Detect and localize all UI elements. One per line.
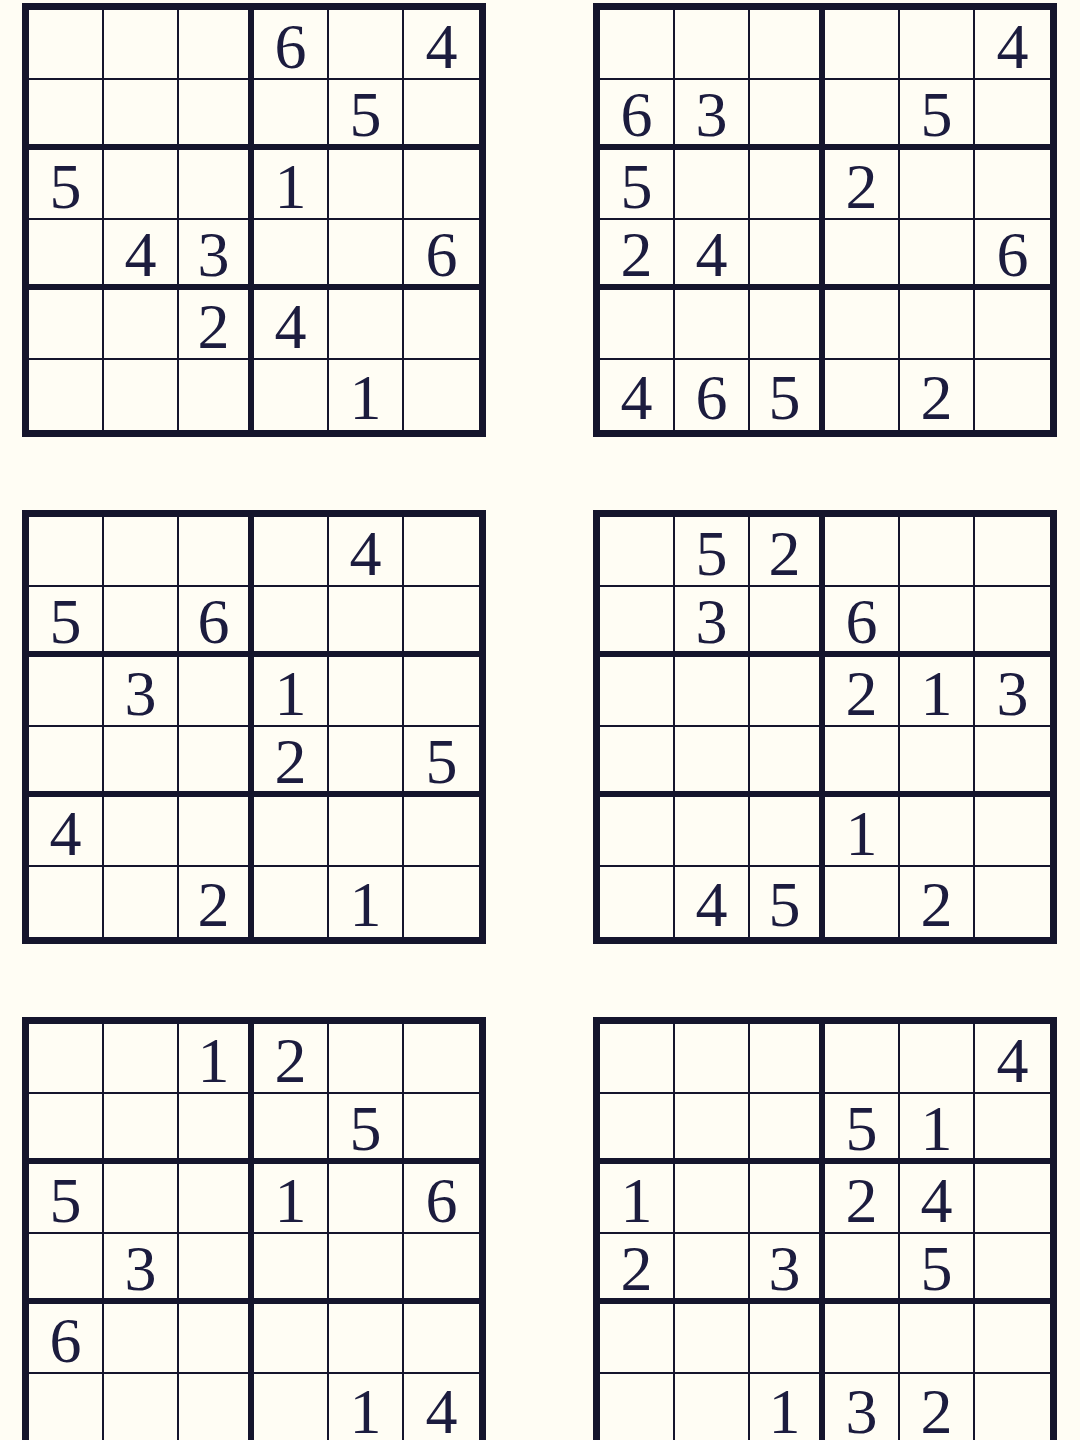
board1-cell-r6c4[interactable] (254, 360, 329, 430)
given-digit: 3 (846, 1380, 878, 1440)
board3-cell-r3c2[interactable]: 3 (104, 657, 179, 727)
board3-cell-r5c5[interactable] (329, 797, 404, 867)
board3-cell-r4c4[interactable]: 2 (254, 727, 329, 797)
board3-cell-r1c2[interactable] (104, 517, 179, 587)
board3-cell-r1c1[interactable] (29, 517, 104, 587)
board2-cell-r5c6[interactable] (975, 290, 1050, 360)
board3-cell-r6c2[interactable] (104, 867, 179, 937)
board6-cell-r5c6[interactable] (975, 1304, 1050, 1374)
board6-cell-r4c6[interactable] (975, 1234, 1050, 1304)
sudoku-board-4: 52362131452 (593, 510, 1057, 944)
board2-cell-r5c1[interactable] (600, 290, 675, 360)
board1-cell-r6c1[interactable] (29, 360, 104, 430)
given-digit: 5 (696, 522, 728, 586)
given-digit: 3 (125, 662, 157, 726)
board6-cell-r2c5[interactable]: 1 (900, 1094, 975, 1164)
board4-cell-r5c4[interactable]: 1 (825, 797, 900, 867)
board6-cell-r2c2[interactable] (675, 1094, 750, 1164)
board2-cell-r2c5[interactable]: 5 (900, 80, 975, 150)
board4-cell-r4c4[interactable] (825, 727, 900, 797)
given-digit: 5 (846, 1097, 878, 1161)
given-digit: 1 (921, 662, 953, 726)
board4-cell-r1c2[interactable]: 5 (675, 517, 750, 587)
board3-cell-r4c3[interactable] (179, 727, 254, 797)
board1-cell-r2c3[interactable] (179, 80, 254, 150)
board6-cell-r5c4[interactable] (825, 1304, 900, 1374)
board6-cell-r6c6[interactable] (975, 1374, 1050, 1440)
board2-cell-r4c2[interactable]: 4 (675, 220, 750, 290)
board2-cell-r5c5[interactable] (900, 290, 975, 360)
board5-cell-r5c6[interactable] (404, 1304, 479, 1374)
board1-cell-r2c5[interactable]: 5 (329, 80, 404, 150)
board2-cell-r4c5[interactable] (900, 220, 975, 290)
board3-cell-r2c4[interactable] (254, 587, 329, 657)
board6-cell-r3c5[interactable]: 4 (900, 1164, 975, 1234)
board4-cell-r1c3[interactable]: 2 (750, 517, 825, 587)
board1-cell-r2c2[interactable] (104, 80, 179, 150)
board6-cell-r4c4[interactable] (825, 1234, 900, 1304)
board5-cell-r1c5[interactable] (329, 1024, 404, 1094)
board6-cell-r1c1[interactable] (600, 1024, 675, 1094)
given-digit: 4 (696, 873, 728, 937)
given-digit: 4 (350, 522, 382, 586)
board1-cell-r5c2[interactable] (104, 290, 179, 360)
board5-cell-r2c2[interactable] (104, 1094, 179, 1164)
board4-cell-r2c1[interactable] (600, 587, 675, 657)
board2-cell-r1c3[interactable] (750, 10, 825, 80)
given-digit: 2 (846, 1169, 878, 1233)
board6-cell-r3c2[interactable] (675, 1164, 750, 1234)
board5-cell-r1c2[interactable] (104, 1024, 179, 1094)
board4-cell-r3c1[interactable] (600, 657, 675, 727)
board3-cell-r3c6[interactable] (404, 657, 479, 727)
board6-cell-r5c1[interactable] (600, 1304, 675, 1374)
board3-cell-r3c5[interactable] (329, 657, 404, 727)
board3-cell-r1c6[interactable] (404, 517, 479, 587)
board6-cell-r3c1[interactable]: 1 (600, 1164, 675, 1234)
given-digit: 1 (846, 802, 878, 866)
board6-cell-r2c6[interactable] (975, 1094, 1050, 1164)
board5-cell-r6c1[interactable] (29, 1374, 104, 1440)
board1-cell-r1c3[interactable] (179, 10, 254, 80)
board2-cell-r6c4[interactable] (825, 360, 900, 430)
board4-cell-r2c6[interactable] (975, 587, 1050, 657)
given-digit: 5 (350, 1097, 382, 1161)
board3-cell-r2c5[interactable] (329, 587, 404, 657)
board4-cell-r3c2[interactable] (675, 657, 750, 727)
board2-cell-r5c3[interactable] (750, 290, 825, 360)
given-digit: 6 (846, 590, 878, 654)
given-digit: 5 (921, 83, 953, 147)
board2-cell-r4c6[interactable]: 6 (975, 220, 1050, 290)
board3-cell-r1c4[interactable] (254, 517, 329, 587)
board3-cell-r5c6[interactable] (404, 797, 479, 867)
board5-cell-r4c1[interactable] (29, 1234, 104, 1304)
given-digit: 6 (621, 83, 653, 147)
board1-cell-r3c6[interactable] (404, 150, 479, 220)
given-digit: 5 (50, 155, 82, 219)
board4-cell-r5c5[interactable] (900, 797, 975, 867)
board4-cell-r5c6[interactable] (975, 797, 1050, 867)
board1-cell-r3c3[interactable] (179, 150, 254, 220)
given-digit: 4 (426, 15, 458, 79)
board2-cell-r4c4[interactable] (825, 220, 900, 290)
board4-cell-r6c6[interactable] (975, 867, 1050, 937)
board5-cell-r4c6[interactable] (404, 1234, 479, 1304)
board2-cell-r1c1[interactable] (600, 10, 675, 80)
board2-cell-r1c5[interactable] (900, 10, 975, 80)
board3-cell-r4c2[interactable] (104, 727, 179, 797)
board2-cell-r6c1[interactable]: 4 (600, 360, 675, 430)
board6-cell-r1c4[interactable] (825, 1024, 900, 1094)
board3-cell-r6c6[interactable] (404, 867, 479, 937)
board4-cell-r5c3[interactable] (750, 797, 825, 867)
board6-cell-r3c4[interactable]: 2 (825, 1164, 900, 1234)
given-digit: 4 (275, 295, 307, 359)
board6-cell-r6c4[interactable]: 3 (825, 1374, 900, 1440)
given-digit: 2 (921, 873, 953, 937)
board4-cell-r3c4[interactable]: 2 (825, 657, 900, 727)
sudoku-board-2: 4635522464652 (593, 3, 1057, 437)
board5-cell-r4c5[interactable] (329, 1234, 404, 1304)
board4-cell-r1c6[interactable] (975, 517, 1050, 587)
given-digit: 2 (275, 1029, 307, 1093)
board2-cell-r2c4[interactable] (825, 80, 900, 150)
board6-cell-r5c5[interactable] (900, 1304, 975, 1374)
board6-cell-r5c3[interactable] (750, 1304, 825, 1374)
board6-cell-r3c3[interactable] (750, 1164, 825, 1234)
board3-cell-r5c3[interactable] (179, 797, 254, 867)
board1-cell-r5c3[interactable]: 2 (179, 290, 254, 360)
given-digit: 3 (696, 83, 728, 147)
board3-cell-r2c3[interactable]: 6 (179, 587, 254, 657)
board1-cell-r1c4[interactable]: 6 (254, 10, 329, 80)
given-digit: 3 (769, 1237, 801, 1301)
given-digit: 3 (997, 662, 1029, 726)
board3-cell-r4c6[interactable]: 5 (404, 727, 479, 797)
given-digit: 4 (426, 1380, 458, 1440)
given-digit: 5 (921, 1237, 953, 1301)
board3-cell-r6c3[interactable]: 2 (179, 867, 254, 937)
board3-cell-r3c3[interactable] (179, 657, 254, 727)
given-digit: 4 (921, 1169, 953, 1233)
board4-cell-r3c6[interactable]: 3 (975, 657, 1050, 727)
board6-cell-r1c2[interactable] (675, 1024, 750, 1094)
board2-cell-r3c2[interactable] (675, 150, 750, 220)
board4-cell-r2c2[interactable]: 3 (675, 587, 750, 657)
given-digit: 1 (275, 662, 307, 726)
board1-cell-r6c3[interactable] (179, 360, 254, 430)
board1-cell-r4c6[interactable]: 6 (404, 220, 479, 290)
board2-cell-r5c2[interactable] (675, 290, 750, 360)
board5-cell-r3c1[interactable]: 5 (29, 1164, 104, 1234)
board5-cell-r2c4[interactable] (254, 1094, 329, 1164)
given-digit: 3 (198, 223, 230, 287)
board2-cell-r2c2[interactable]: 3 (675, 80, 750, 150)
given-digit: 1 (621, 1169, 653, 1233)
board1-cell-r4c5[interactable] (329, 220, 404, 290)
board4-cell-r6c2[interactable]: 4 (675, 867, 750, 937)
given-digit: 2 (198, 295, 230, 359)
given-digit: 6 (426, 1169, 458, 1233)
given-digit: 4 (50, 802, 82, 866)
board1-cell-r6c6[interactable] (404, 360, 479, 430)
given-digit: 1 (769, 1380, 801, 1440)
board4-cell-r4c1[interactable] (600, 727, 675, 797)
given-digit: 2 (846, 662, 878, 726)
board4-cell-r6c5[interactable]: 2 (900, 867, 975, 937)
given-digit: 4 (696, 223, 728, 287)
board2-cell-r5c4[interactable] (825, 290, 900, 360)
board6-cell-r2c1[interactable] (600, 1094, 675, 1164)
board5-cell-r1c1[interactable] (29, 1024, 104, 1094)
given-digit: 5 (426, 730, 458, 794)
board1-cell-r2c4[interactable] (254, 80, 329, 150)
given-digit: 5 (350, 83, 382, 147)
board5-cell-r6c6[interactable]: 4 (404, 1374, 479, 1440)
board3-cell-r6c1[interactable] (29, 867, 104, 937)
board5-cell-r5c5[interactable] (329, 1304, 404, 1374)
board2-cell-r2c1[interactable]: 6 (600, 80, 675, 150)
board4-cell-r3c3[interactable] (750, 657, 825, 727)
given-digit: 5 (769, 873, 801, 937)
board6-cell-r6c1[interactable] (600, 1374, 675, 1440)
board2-cell-r2c3[interactable] (750, 80, 825, 150)
board3-cell-r1c3[interactable] (179, 517, 254, 587)
given-digit: 2 (621, 223, 653, 287)
board6-cell-r1c5[interactable] (900, 1024, 975, 1094)
board1-cell-r1c1[interactable] (29, 10, 104, 80)
board5-cell-r1c6[interactable] (404, 1024, 479, 1094)
board5-cell-r3c2[interactable] (104, 1164, 179, 1234)
given-digit: 5 (50, 1169, 82, 1233)
board2-cell-r4c1[interactable]: 2 (600, 220, 675, 290)
sudoku-board-6: 451124235132 (593, 1017, 1057, 1440)
given-digit: 2 (275, 730, 307, 794)
board5-cell-r5c4[interactable] (254, 1304, 329, 1374)
board4-cell-r6c3[interactable]: 5 (750, 867, 825, 937)
board6-cell-r6c5[interactable]: 2 (900, 1374, 975, 1440)
board3-cell-r6c4[interactable] (254, 867, 329, 937)
board4-cell-r4c6[interactable] (975, 727, 1050, 797)
given-digit: 2 (846, 155, 878, 219)
board2-cell-r3c6[interactable] (975, 150, 1050, 220)
board3-cell-r3c4[interactable]: 1 (254, 657, 329, 727)
sudoku-board-3: 4563125421 (22, 510, 486, 944)
board2-cell-r3c5[interactable] (900, 150, 975, 220)
board4-cell-r6c4[interactable] (825, 867, 900, 937)
board3-cell-r2c1[interactable]: 5 (29, 587, 104, 657)
given-digit: 3 (125, 1237, 157, 1301)
board2-cell-r1c6[interactable]: 4 (975, 10, 1050, 80)
board4-cell-r5c1[interactable] (600, 797, 675, 867)
given-digit: 6 (275, 15, 307, 79)
board4-cell-r4c3[interactable] (750, 727, 825, 797)
given-digit: 5 (50, 590, 82, 654)
board5-cell-r3c6[interactable]: 6 (404, 1164, 479, 1234)
given-digit: 6 (198, 590, 230, 654)
board4-cell-r1c5[interactable] (900, 517, 975, 587)
board5-cell-r3c3[interactable] (179, 1164, 254, 1234)
given-digit: 2 (921, 366, 953, 430)
given-digit: 3 (696, 590, 728, 654)
given-digit: 4 (125, 223, 157, 287)
board5-cell-r6c5[interactable]: 1 (329, 1374, 404, 1440)
board5-cell-r2c6[interactable] (404, 1094, 479, 1164)
board5-cell-r3c5[interactable] (329, 1164, 404, 1234)
board6-cell-r6c2[interactable] (675, 1374, 750, 1440)
board1-cell-r5c4[interactable]: 4 (254, 290, 329, 360)
board2-cell-r2c6[interactable] (975, 80, 1050, 150)
board5-cell-r2c5[interactable]: 5 (329, 1094, 404, 1164)
board1-cell-r5c6[interactable] (404, 290, 479, 360)
board2-cell-r3c3[interactable] (750, 150, 825, 220)
board3-cell-r4c5[interactable] (329, 727, 404, 797)
board1-cell-r1c5[interactable] (329, 10, 404, 80)
board5-cell-r4c3[interactable] (179, 1234, 254, 1304)
board3-cell-r5c4[interactable] (254, 797, 329, 867)
board6-cell-r4c1[interactable]: 2 (600, 1234, 675, 1304)
board6-cell-r4c3[interactable]: 3 (750, 1234, 825, 1304)
board5-cell-r3c4[interactable]: 1 (254, 1164, 329, 1234)
board5-cell-r4c2[interactable]: 3 (104, 1234, 179, 1304)
board6-cell-r1c6[interactable]: 4 (975, 1024, 1050, 1094)
board1-cell-r4c4[interactable] (254, 220, 329, 290)
board4-cell-r5c2[interactable] (675, 797, 750, 867)
board3-cell-r3c1[interactable] (29, 657, 104, 727)
board5-cell-r5c2[interactable] (104, 1304, 179, 1374)
board3-cell-r4c1[interactable] (29, 727, 104, 797)
board4-cell-r2c4[interactable]: 6 (825, 587, 900, 657)
board5-cell-r5c3[interactable] (179, 1304, 254, 1374)
board6-cell-r2c4[interactable]: 5 (825, 1094, 900, 1164)
board6-cell-r5c2[interactable] (675, 1304, 750, 1374)
board2-cell-r4c3[interactable] (750, 220, 825, 290)
board4-cell-r2c3[interactable] (750, 587, 825, 657)
board1-cell-r4c3[interactable]: 3 (179, 220, 254, 290)
given-digit: 5 (621, 155, 653, 219)
board2-cell-r3c1[interactable]: 5 (600, 150, 675, 220)
board4-cell-r4c5[interactable] (900, 727, 975, 797)
board1-cell-r3c5[interactable] (329, 150, 404, 220)
board4-cell-r3c5[interactable]: 1 (900, 657, 975, 727)
board1-cell-r6c2[interactable] (104, 360, 179, 430)
given-digit: 1 (275, 155, 307, 219)
given-digit: 1 (275, 1169, 307, 1233)
given-digit: 1 (198, 1029, 230, 1093)
board2-cell-r6c5[interactable]: 2 (900, 360, 975, 430)
given-digit: 4 (997, 15, 1029, 79)
board3-cell-r6c5[interactable]: 1 (329, 867, 404, 937)
board2-cell-r3c4[interactable]: 2 (825, 150, 900, 220)
board6-cell-r2c3[interactable] (750, 1094, 825, 1164)
given-digit: 1 (350, 366, 382, 430)
board3-cell-r5c1[interactable]: 4 (29, 797, 104, 867)
board1-cell-r1c2[interactable] (104, 10, 179, 80)
board5-cell-r4c4[interactable] (254, 1234, 329, 1304)
board4-cell-r1c4[interactable] (825, 517, 900, 587)
board1-cell-r1c6[interactable]: 4 (404, 10, 479, 80)
board3-cell-r2c2[interactable] (104, 587, 179, 657)
sudoku-board-5: 1255163614 (22, 1017, 486, 1440)
board1-cell-r5c5[interactable] (329, 290, 404, 360)
board2-cell-r6c2[interactable]: 6 (675, 360, 750, 430)
sudoku-board-1: 64551436241 (22, 3, 486, 437)
board6-cell-r1c3[interactable] (750, 1024, 825, 1094)
board4-cell-r2c5[interactable] (900, 587, 975, 657)
board3-cell-r1c5[interactable]: 4 (329, 517, 404, 587)
board3-cell-r5c2[interactable] (104, 797, 179, 867)
board1-cell-r2c1[interactable] (29, 80, 104, 150)
given-digit: 2 (198, 873, 230, 937)
given-digit: 1 (350, 1380, 382, 1440)
board6-cell-r6c3[interactable]: 1 (750, 1374, 825, 1440)
board5-cell-r2c1[interactable] (29, 1094, 104, 1164)
board4-cell-r1c1[interactable] (600, 517, 675, 587)
given-digit: 6 (426, 223, 458, 287)
board2-cell-r6c6[interactable] (975, 360, 1050, 430)
board2-cell-r6c3[interactable]: 5 (750, 360, 825, 430)
board1-cell-r3c4[interactable]: 1 (254, 150, 329, 220)
sudoku-worksheet-page: { "game": "sudoku", "variant": "6x6 sudo… (0, 0, 1080, 1440)
board1-cell-r5c1[interactable] (29, 290, 104, 360)
board1-cell-r4c1[interactable] (29, 220, 104, 290)
given-digit: 6 (997, 223, 1029, 287)
board5-cell-r1c4[interactable]: 2 (254, 1024, 329, 1094)
board4-cell-r4c2[interactable] (675, 727, 750, 797)
given-digit: 6 (696, 366, 728, 430)
board1-cell-r3c1[interactable]: 5 (29, 150, 104, 220)
given-digit: 1 (350, 873, 382, 937)
board4-cell-r6c1[interactable] (600, 867, 675, 937)
board6-cell-r4c5[interactable]: 5 (900, 1234, 975, 1304)
board1-cell-r3c2[interactable] (104, 150, 179, 220)
board6-cell-r4c2[interactable] (675, 1234, 750, 1304)
given-digit: 2 (769, 522, 801, 586)
given-digit: 5 (769, 366, 801, 430)
board5-cell-r2c3[interactable] (179, 1094, 254, 1164)
board5-cell-r6c3[interactable] (179, 1374, 254, 1440)
board6-cell-r3c6[interactable] (975, 1164, 1050, 1234)
board2-cell-r1c2[interactable] (675, 10, 750, 80)
given-digit: 4 (621, 366, 653, 430)
board5-cell-r6c2[interactable] (104, 1374, 179, 1440)
given-digit: 6 (50, 1309, 82, 1373)
given-digit: 4 (997, 1029, 1029, 1093)
board5-cell-r6c4[interactable] (254, 1374, 329, 1440)
board5-cell-r1c3[interactable]: 1 (179, 1024, 254, 1094)
board1-cell-r6c5[interactable]: 1 (329, 360, 404, 430)
board5-cell-r5c1[interactable]: 6 (29, 1304, 104, 1374)
board2-cell-r1c4[interactable] (825, 10, 900, 80)
given-digit: 2 (621, 1237, 653, 1301)
board1-cell-r2c6[interactable] (404, 80, 479, 150)
board3-cell-r2c6[interactable] (404, 587, 479, 657)
given-digit: 2 (921, 1380, 953, 1440)
given-digit: 1 (921, 1097, 953, 1161)
board1-cell-r4c2[interactable]: 4 (104, 220, 179, 290)
